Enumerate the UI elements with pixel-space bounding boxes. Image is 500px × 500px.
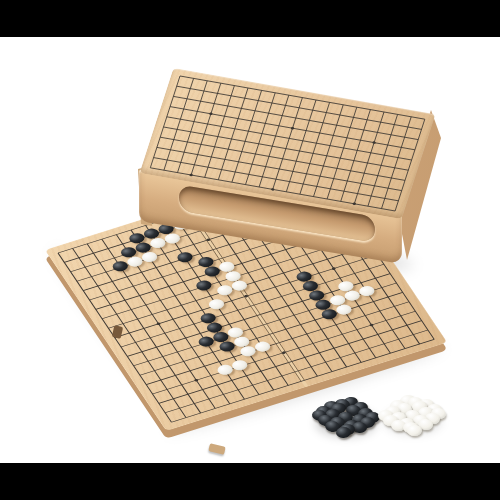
hoshi-point: [352, 202, 356, 205]
hoshi-point: [331, 267, 336, 270]
board-foot: [208, 443, 225, 455]
hoshi-point: [209, 112, 213, 115]
hoshi-point: [189, 174, 193, 177]
hoshi-point: [271, 188, 275, 191]
hoshi-point: [194, 379, 199, 382]
hoshi-point: [369, 323, 374, 326]
letterbox-top: [0, 0, 500, 37]
hoshi-point: [372, 141, 376, 144]
hoshi-point: [156, 322, 161, 325]
product-photo: [0, 0, 500, 500]
letterbox-bottom: [0, 463, 500, 500]
scene: [0, 0, 500, 500]
hoshi-point: [291, 127, 295, 130]
